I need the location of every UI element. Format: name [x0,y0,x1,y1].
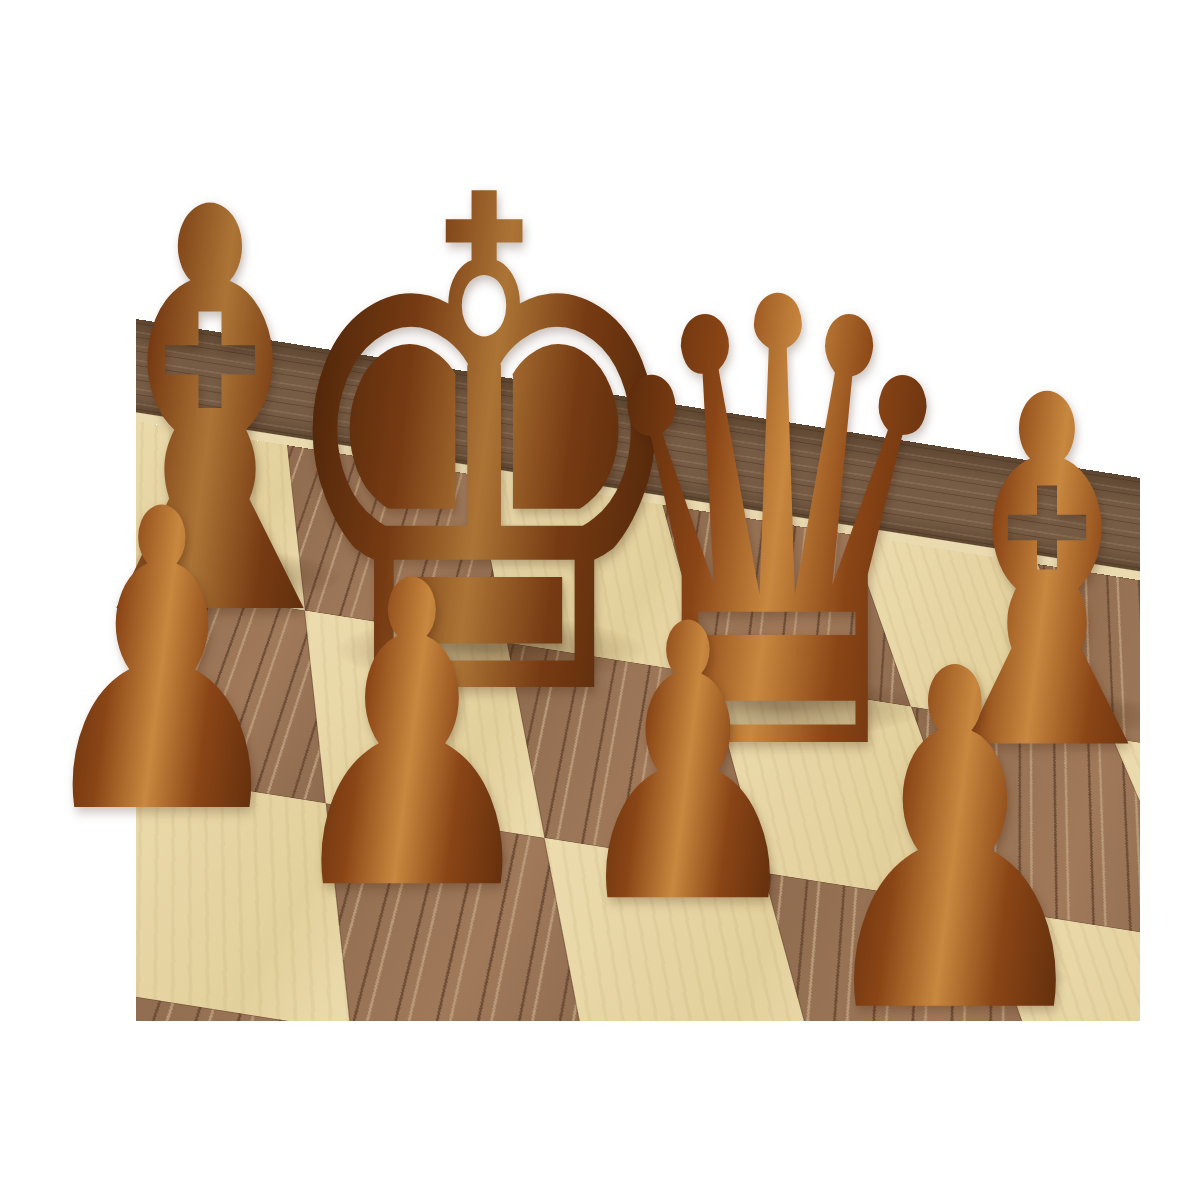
piece-pawn-d2[interactable]: ♟ [804,610,1106,1078]
piece-pawn-g2[interactable]: ♟ [40,457,296,871]
product-photo: ♝♚♛♝♟♟♟♟ chess [40,16,1200,1200]
piece-pawn-e2[interactable]: ♟ [565,576,810,956]
scene: ♝♚♛♝♟♟♟♟ [40,16,1200,1200]
piece-pawn-f2[interactable]: ♟ [276,528,547,948]
